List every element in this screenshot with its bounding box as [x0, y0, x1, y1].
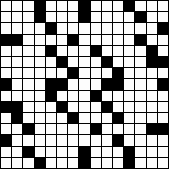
black-square-r11c2: [23, 124, 33, 134]
white-square-r5c6[interactable]: [68, 57, 78, 67]
white-square-r2c13[interactable]: [147, 23, 157, 33]
white-square-r3c8[interactable]: [91, 35, 101, 45]
black-square-r7c14: [158, 79, 168, 89]
white-square-r7c6[interactable]: [68, 79, 78, 89]
white-square-r3c13[interactable]: [147, 35, 157, 45]
white-square-r12c1[interactable]: [12, 135, 22, 145]
white-square-r3c4[interactable]: [46, 35, 56, 45]
white-square-r10c12[interactable]: [135, 113, 145, 123]
black-square-r4c13: [147, 46, 157, 56]
white-square-r14c5[interactable]: [57, 158, 67, 168]
white-square-r8c3[interactable]: [35, 91, 45, 101]
black-square-r11c8: [91, 124, 101, 134]
white-square-r10c0[interactable]: [1, 113, 11, 123]
white-square-r11c5[interactable]: [57, 124, 67, 134]
white-square-r5c12[interactable]: [135, 57, 145, 67]
white-square-r11c12[interactable]: [135, 124, 145, 134]
white-square-r6c0[interactable]: [1, 68, 11, 78]
black-square-r10c10: [113, 113, 123, 123]
white-square-r5c3[interactable]: [35, 57, 45, 67]
white-square-r3c5[interactable]: [57, 35, 67, 45]
black-square-r2c4: [46, 23, 56, 33]
white-square-r0c6[interactable]: [68, 1, 78, 11]
black-square-r9c9: [102, 102, 112, 112]
black-square-r11c14: [158, 124, 168, 134]
white-square-r9c4[interactable]: [46, 102, 56, 112]
white-square-r14c12[interactable]: [135, 158, 145, 168]
white-square-r10c9[interactable]: [102, 113, 112, 123]
white-square-r0c9[interactable]: [102, 1, 112, 11]
white-square-r9c12[interactable]: [135, 102, 145, 112]
white-square-r7c3[interactable]: [35, 79, 45, 89]
white-square-r1c13[interactable]: [147, 12, 157, 22]
black-square-r7c4: [46, 79, 56, 89]
white-square-r3c10[interactable]: [113, 35, 123, 45]
white-square-r14c8[interactable]: [91, 158, 101, 168]
black-square-r5c5: [57, 57, 67, 67]
white-square-r3c14[interactable]: [158, 35, 168, 45]
white-square-r8c14[interactable]: [158, 91, 168, 101]
white-square-r0c1[interactable]: [12, 1, 22, 11]
white-square-r0c5[interactable]: [57, 1, 67, 11]
white-square-r6c13[interactable]: [147, 68, 157, 78]
white-square-r13c4[interactable]: [46, 147, 56, 157]
black-square-r10c6: [68, 113, 78, 123]
white-square-r6c14[interactable]: [158, 68, 168, 78]
white-square-r2c2[interactable]: [23, 23, 33, 33]
white-square-r2c11[interactable]: [124, 23, 134, 33]
black-square-r3c6: [68, 35, 78, 45]
white-square-r11c11[interactable]: [124, 124, 134, 134]
white-square-r12c3[interactable]: [35, 135, 45, 145]
white-square-r13c6[interactable]: [68, 147, 78, 157]
white-square-r12c7[interactable]: [79, 135, 89, 145]
black-square-r12c10: [113, 135, 123, 145]
white-square-r9c13[interactable]: [147, 102, 157, 112]
white-square-r4c1[interactable]: [12, 46, 22, 56]
black-square-r1c3: [35, 12, 45, 22]
black-square-r6c6: [68, 68, 78, 78]
black-square-r13c2: [23, 147, 33, 157]
white-square-r6c7[interactable]: [79, 68, 89, 78]
white-square-r13c12[interactable]: [135, 147, 145, 157]
white-square-r3c11[interactable]: [124, 35, 134, 45]
black-square-r1c7: [79, 12, 89, 22]
white-square-r14c14[interactable]: [158, 158, 168, 168]
white-square-r10c11[interactable]: [124, 113, 134, 123]
black-square-r7c0: [1, 79, 11, 89]
white-square-r14c4[interactable]: [46, 158, 56, 168]
black-square-r2c14: [158, 23, 168, 33]
white-square-r9c6[interactable]: [68, 102, 78, 112]
white-square-r5c11[interactable]: [124, 57, 134, 67]
white-square-r1c9[interactable]: [102, 12, 112, 22]
white-square-r8c6[interactable]: [68, 91, 78, 101]
white-square-r10c5[interactable]: [57, 113, 67, 123]
white-square-r11c10[interactable]: [113, 124, 123, 134]
white-square-r0c4[interactable]: [46, 1, 56, 11]
white-square-r1c10[interactable]: [113, 12, 123, 22]
white-square-r9c14[interactable]: [158, 102, 168, 112]
white-square-r12c8[interactable]: [91, 135, 101, 145]
white-square-r12c2[interactable]: [23, 135, 33, 145]
white-square-r12c12[interactable]: [135, 135, 145, 145]
white-square-r7c1[interactable]: [12, 79, 22, 89]
black-square-r4c4: [46, 46, 56, 56]
white-square-r13c3[interactable]: [35, 147, 45, 157]
white-square-r4c10[interactable]: [113, 46, 123, 56]
white-square-r8c12[interactable]: [135, 91, 145, 101]
white-square-r12c5[interactable]: [57, 135, 67, 145]
white-square-r4c6[interactable]: [68, 46, 78, 56]
white-square-r0c8[interactable]: [91, 1, 101, 11]
white-square-r10c2[interactable]: [23, 113, 33, 123]
white-square-r9c8[interactable]: [91, 102, 101, 112]
white-square-r12c4[interactable]: [46, 135, 56, 145]
black-square-r3c12: [135, 35, 145, 45]
white-square-r5c7[interactable]: [79, 57, 89, 67]
white-square-r6c8[interactable]: [91, 68, 101, 78]
white-square-r4c2[interactable]: [23, 46, 33, 56]
black-square-r3c1: [12, 35, 22, 45]
black-square-r7c10: [113, 79, 123, 89]
white-square-r9c7[interactable]: [79, 102, 89, 112]
white-square-r0c0[interactable]: [1, 1, 11, 11]
white-square-r11c6[interactable]: [68, 124, 78, 134]
white-square-r9c2[interactable]: [23, 102, 33, 112]
white-square-r8c10[interactable]: [113, 91, 123, 101]
white-square-r13c1[interactable]: [12, 147, 22, 157]
white-square-r0c13[interactable]: [147, 1, 157, 11]
black-square-r8c4: [46, 91, 56, 101]
white-square-r5c4[interactable]: [46, 57, 56, 67]
white-square-r11c4[interactable]: [46, 124, 56, 134]
white-square-r13c14[interactable]: [158, 147, 168, 157]
white-square-r8c1[interactable]: [12, 91, 22, 101]
white-square-r5c10[interactable]: [113, 57, 123, 67]
white-square-r7c13[interactable]: [147, 79, 157, 89]
white-square-r8c11[interactable]: [124, 91, 134, 101]
white-square-r4c5[interactable]: [57, 46, 67, 56]
white-square-r7c8[interactable]: [91, 79, 101, 89]
white-square-r7c2[interactable]: [23, 79, 33, 89]
white-square-r8c9[interactable]: [102, 91, 112, 101]
white-square-r12c9[interactable]: [102, 135, 112, 145]
white-square-r6c4[interactable]: [46, 68, 56, 78]
white-square-r1c11[interactable]: [124, 12, 134, 22]
white-square-r10c13[interactable]: [147, 113, 157, 123]
white-square-r10c3[interactable]: [35, 113, 45, 123]
white-square-r8c13[interactable]: [147, 91, 157, 101]
black-square-r10c1: [12, 113, 22, 123]
white-square-r10c14[interactable]: [158, 113, 168, 123]
white-square-r2c6[interactable]: [68, 23, 78, 33]
white-square-r14c0[interactable]: [1, 158, 11, 168]
white-square-r13c9[interactable]: [102, 147, 112, 157]
white-square-r5c0[interactable]: [1, 57, 11, 67]
crossword-board: [0, 0, 169, 169]
white-square-r3c2[interactable]: [23, 35, 33, 45]
black-square-r12c0: [1, 135, 11, 145]
white-square-r7c12[interactable]: [135, 79, 145, 89]
white-square-r8c7[interactable]: [79, 91, 89, 101]
white-square-r11c9[interactable]: [102, 124, 112, 134]
white-square-r2c8[interactable]: [91, 23, 101, 33]
white-square-r1c14[interactable]: [158, 12, 168, 22]
white-square-r14c1[interactable]: [12, 158, 22, 168]
white-square-r1c1[interactable]: [12, 12, 22, 22]
black-square-r6c10: [113, 68, 123, 78]
white-square-r12c13[interactable]: [147, 135, 157, 145]
white-square-r4c9[interactable]: [102, 46, 112, 56]
white-square-r6c5[interactable]: [57, 68, 67, 78]
black-square-r0c3: [35, 1, 45, 11]
white-square-r10c4[interactable]: [46, 113, 56, 123]
white-square-r1c0[interactable]: [1, 12, 11, 22]
white-square-r2c1[interactable]: [12, 23, 22, 33]
black-square-r8c8: [91, 91, 101, 101]
white-square-r1c6[interactable]: [68, 12, 78, 22]
white-square-r14c6[interactable]: [68, 158, 78, 168]
white-square-r11c7[interactable]: [79, 124, 89, 134]
black-square-r7c5: [57, 79, 67, 89]
black-square-r0c11: [124, 1, 134, 11]
white-square-r5c2[interactable]: [23, 57, 33, 67]
white-square-r3c9[interactable]: [102, 35, 112, 45]
black-square-r5c14: [158, 57, 168, 67]
white-square-r3c7[interactable]: [79, 35, 89, 45]
black-square-r4c8: [91, 46, 101, 56]
white-square-r12c11[interactable]: [124, 135, 134, 145]
white-square-r12c14[interactable]: [158, 135, 168, 145]
white-square-r4c12[interactable]: [135, 46, 145, 56]
white-square-r10c8[interactable]: [91, 113, 101, 123]
black-square-r3c0: [1, 35, 11, 45]
white-square-r13c5[interactable]: [57, 147, 67, 157]
white-square-r13c0[interactable]: [1, 147, 11, 157]
white-square-r7c11[interactable]: [124, 79, 134, 89]
white-square-r0c12[interactable]: [135, 1, 145, 11]
white-square-r4c0[interactable]: [1, 46, 11, 56]
black-square-r9c5: [57, 102, 67, 112]
white-square-r7c7[interactable]: [79, 79, 89, 89]
white-square-r6c1[interactable]: [12, 68, 22, 78]
white-square-r6c2[interactable]: [23, 68, 33, 78]
white-square-r8c0[interactable]: [1, 91, 11, 101]
black-square-r9c1: [12, 102, 22, 112]
white-square-r0c2[interactable]: [23, 1, 33, 11]
white-square-r4c14[interactable]: [158, 46, 168, 56]
white-square-r13c8[interactable]: [91, 147, 101, 157]
black-square-r7c9: [102, 79, 112, 89]
black-square-r14c7: [79, 158, 89, 168]
crossword-grid: [0, 0, 169, 169]
white-square-r2c5[interactable]: [57, 23, 67, 33]
white-square-r14c9[interactable]: [102, 158, 112, 168]
white-square-r9c10[interactable]: [113, 102, 123, 112]
white-square-r10c7[interactable]: [79, 113, 89, 123]
white-square-r5c8[interactable]: [91, 57, 101, 67]
white-square-r13c10[interactable]: [113, 147, 123, 157]
white-square-r2c0[interactable]: [1, 23, 11, 33]
black-square-r13c7: [79, 147, 89, 157]
white-square-r8c2[interactable]: [23, 91, 33, 101]
white-square-r0c14[interactable]: [158, 1, 168, 11]
white-square-r11c1[interactable]: [12, 124, 22, 134]
black-square-r11c13: [147, 124, 157, 134]
white-square-r14c13[interactable]: [147, 158, 157, 168]
white-square-r14c2[interactable]: [23, 158, 33, 168]
white-square-r4c11[interactable]: [124, 46, 134, 56]
white-square-r6c3[interactable]: [35, 68, 45, 78]
white-square-r2c3[interactable]: [35, 23, 45, 33]
white-square-r4c7[interactable]: [79, 46, 89, 56]
black-square-r0c7: [79, 1, 89, 11]
white-square-r2c9[interactable]: [102, 23, 112, 33]
white-square-r14c10[interactable]: [113, 158, 123, 168]
black-square-r14c3: [35, 158, 45, 168]
white-square-r6c9[interactable]: [102, 68, 112, 78]
white-square-r6c11[interactable]: [124, 68, 134, 78]
black-square-r9c0: [1, 102, 11, 112]
white-square-r1c5[interactable]: [57, 12, 67, 22]
white-square-r2c7[interactable]: [79, 23, 89, 33]
white-square-r11c0[interactable]: [1, 124, 11, 134]
black-square-r5c9: [102, 57, 112, 67]
white-square-r0c10[interactable]: [113, 1, 123, 11]
black-square-r5c13: [147, 57, 157, 67]
white-square-r9c3[interactable]: [35, 102, 45, 112]
black-square-r13c11: [124, 147, 134, 157]
white-square-r1c8[interactable]: [91, 12, 101, 22]
white-square-r3c3[interactable]: [35, 35, 45, 45]
white-square-r1c2[interactable]: [23, 12, 33, 22]
white-square-r12c6[interactable]: [68, 135, 78, 145]
white-square-r2c12[interactable]: [135, 23, 145, 33]
white-square-r11c3[interactable]: [35, 124, 45, 134]
white-square-r9c11[interactable]: [124, 102, 134, 112]
black-square-r1c12: [135, 12, 145, 22]
white-square-r1c4[interactable]: [46, 12, 56, 22]
white-square-r6c12[interactable]: [135, 68, 145, 78]
white-square-r13c13[interactable]: [147, 147, 157, 157]
black-square-r14c11: [124, 158, 134, 168]
white-square-r8c5[interactable]: [57, 91, 67, 101]
white-square-r4c3[interactable]: [35, 46, 45, 56]
white-square-r5c1[interactable]: [12, 57, 22, 67]
white-square-r2c10[interactable]: [113, 23, 123, 33]
